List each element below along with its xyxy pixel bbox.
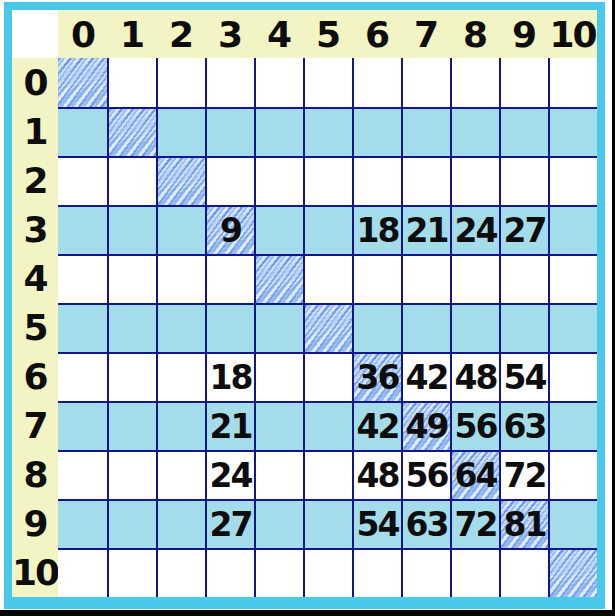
cell-r1-c9[interactable] xyxy=(499,107,548,156)
cell-r4-c10[interactable] xyxy=(548,254,597,303)
cell-r4-c2[interactable] xyxy=(156,254,205,303)
cell-r8-c7[interactable]: 56 xyxy=(401,450,450,499)
row-header-8: 8 xyxy=(12,450,58,499)
cell-r7-c5[interactable] xyxy=(303,401,352,450)
cell-r2-c9[interactable] xyxy=(499,156,548,205)
cell-r8-c8[interactable]: 64 xyxy=(450,450,499,499)
cell-r0-c9[interactable] xyxy=(499,58,548,107)
cell-r1-c1[interactable] xyxy=(107,107,156,156)
cell-r1-c3[interactable] xyxy=(205,107,254,156)
col-header-10: 10 xyxy=(548,10,597,58)
cell-r3-c4[interactable] xyxy=(254,205,303,254)
cell-r5-c0[interactable] xyxy=(58,303,107,352)
cell-r0-c8[interactable] xyxy=(450,58,499,107)
cell-r10-c3[interactable] xyxy=(205,548,254,597)
cell-r1-c8[interactable] xyxy=(450,107,499,156)
cell-r2-c7[interactable] xyxy=(401,156,450,205)
cell-r10-c8[interactable] xyxy=(450,548,499,597)
cell-r8-c10[interactable] xyxy=(548,450,597,499)
cell-r10-c5[interactable] xyxy=(303,548,352,597)
cell-r2-c6[interactable] xyxy=(352,156,401,205)
cell-r7-c9[interactable]: 63 xyxy=(499,401,548,450)
cell-r3-c0[interactable] xyxy=(58,205,107,254)
cell-r4-c4[interactable] xyxy=(254,254,303,303)
row-header-4: 4 xyxy=(12,254,58,303)
cell-r1-c2[interactable] xyxy=(156,107,205,156)
cell-r9-c3[interactable]: 27 xyxy=(205,499,254,548)
cell-r0-c0[interactable] xyxy=(58,58,107,107)
cell-r0-c2[interactable] xyxy=(156,58,205,107)
cell-r6-c1[interactable] xyxy=(107,352,156,401)
cell-r6-c10[interactable] xyxy=(548,352,597,401)
cell-r10-c6[interactable] xyxy=(352,548,401,597)
col-header-5: 5 xyxy=(303,10,352,58)
cell-r2-c10[interactable] xyxy=(548,156,597,205)
cell-r7-c0[interactable] xyxy=(58,401,107,450)
cell-r3-c1[interactable] xyxy=(107,205,156,254)
cell-r6-c8[interactable]: 48 xyxy=(450,352,499,401)
cell-r4-c3[interactable] xyxy=(205,254,254,303)
cell-r9-c2[interactable] xyxy=(156,499,205,548)
cell-r5-c4[interactable] xyxy=(254,303,303,352)
col-header-2: 2 xyxy=(156,10,205,58)
cell-r4-c6[interactable] xyxy=(352,254,401,303)
cell-r3-c8[interactable]: 24 xyxy=(450,205,499,254)
col-header-6: 6 xyxy=(352,10,401,58)
cell-r10-c7[interactable] xyxy=(401,548,450,597)
cell-r9-c10[interactable] xyxy=(548,499,597,548)
cell-r2-c2[interactable] xyxy=(156,156,205,205)
cell-r4-c1[interactable] xyxy=(107,254,156,303)
cell-r6-c9[interactable]: 54 xyxy=(499,352,548,401)
cell-r10-c2[interactable] xyxy=(156,548,205,597)
row-header-6: 6 xyxy=(12,352,58,401)
cell-r6-c3[interactable]: 18 xyxy=(205,352,254,401)
cell-r1-c5[interactable] xyxy=(303,107,352,156)
cell-r3-c6[interactable]: 18 xyxy=(352,205,401,254)
cell-r0-c4[interactable] xyxy=(254,58,303,107)
table-frame: 0123456789100123918212427456183642485472… xyxy=(4,2,605,609)
col-header-3: 3 xyxy=(205,10,254,58)
cell-r7-c8[interactable]: 56 xyxy=(450,401,499,450)
cell-r5-c2[interactable] xyxy=(156,303,205,352)
col-header-8: 8 xyxy=(450,10,499,58)
col-header-9: 9 xyxy=(499,10,548,58)
cell-r7-c1[interactable] xyxy=(107,401,156,450)
cell-r8-c9[interactable]: 72 xyxy=(499,450,548,499)
cell-r3-c9[interactable]: 27 xyxy=(499,205,548,254)
cell-r7-c6[interactable]: 42 xyxy=(352,401,401,450)
cell-r7-c4[interactable] xyxy=(254,401,303,450)
cell-r5-c8[interactable] xyxy=(450,303,499,352)
cell-r6-c0[interactable] xyxy=(58,352,107,401)
cell-r8-c4[interactable] xyxy=(254,450,303,499)
cell-r1-c10[interactable] xyxy=(548,107,597,156)
col-header-7: 7 xyxy=(401,10,450,58)
cell-r0-c6[interactable] xyxy=(352,58,401,107)
cell-r9-c5[interactable] xyxy=(303,499,352,548)
col-header-1: 1 xyxy=(107,10,156,58)
cell-r7-c2[interactable] xyxy=(156,401,205,450)
corner-cell xyxy=(12,10,58,58)
cell-r7-c7[interactable]: 49 xyxy=(401,401,450,450)
cell-r3-c2[interactable] xyxy=(156,205,205,254)
cell-r2-c5[interactable] xyxy=(303,156,352,205)
cell-r6-c6[interactable]: 36 xyxy=(352,352,401,401)
cell-r9-c0[interactable] xyxy=(58,499,107,548)
row-header-7: 7 xyxy=(12,401,58,450)
cell-r5-c6[interactable] xyxy=(352,303,401,352)
cell-r0-c7[interactable] xyxy=(401,58,450,107)
col-header-4: 4 xyxy=(254,10,303,58)
cell-r0-c5[interactable] xyxy=(303,58,352,107)
cell-r8-c0[interactable] xyxy=(58,450,107,499)
cell-r9-c6[interactable]: 54 xyxy=(352,499,401,548)
cell-r6-c7[interactable]: 42 xyxy=(401,352,450,401)
cell-r7-c3[interactable]: 21 xyxy=(205,401,254,450)
cell-r9-c8[interactable]: 72 xyxy=(450,499,499,548)
cell-r10-c0[interactable] xyxy=(58,548,107,597)
cell-r0-c1[interactable] xyxy=(107,58,156,107)
cell-r0-c10[interactable] xyxy=(548,58,597,107)
cell-r4-c7[interactable] xyxy=(401,254,450,303)
cell-r8-c5[interactable] xyxy=(303,450,352,499)
cell-r3-c3[interactable]: 9 xyxy=(205,205,254,254)
cell-r7-c10[interactable] xyxy=(548,401,597,450)
col-header-0: 0 xyxy=(58,10,107,58)
cell-r0-c3[interactable] xyxy=(205,58,254,107)
multiplication-grid: 0123456789100123918212427456183642485472… xyxy=(12,10,597,597)
cell-r1-c0[interactable] xyxy=(58,107,107,156)
cell-r10-c9[interactable] xyxy=(499,548,548,597)
cell-r8-c2[interactable] xyxy=(156,450,205,499)
cell-r2-c4[interactable] xyxy=(254,156,303,205)
cell-r10-c1[interactable] xyxy=(107,548,156,597)
cell-r5-c10[interactable] xyxy=(548,303,597,352)
cell-r4-c8[interactable] xyxy=(450,254,499,303)
cell-r8-c3[interactable]: 24 xyxy=(205,450,254,499)
cell-r1-c4[interactable] xyxy=(254,107,303,156)
cell-r10-c4[interactable] xyxy=(254,548,303,597)
row-header-1: 1 xyxy=(12,107,58,156)
row-header-2: 2 xyxy=(12,156,58,205)
cell-r2-c3[interactable] xyxy=(205,156,254,205)
cell-r9-c7[interactable]: 63 xyxy=(401,499,450,548)
cell-r6-c4[interactable] xyxy=(254,352,303,401)
cell-r2-c8[interactable] xyxy=(450,156,499,205)
cell-r2-c0[interactable] xyxy=(58,156,107,205)
cell-r4-c9[interactable] xyxy=(499,254,548,303)
bottom-edge-bar xyxy=(0,610,615,616)
multiplication-chart-screenshot: 0123456789100123918212427456183642485472… xyxy=(0,0,615,616)
cell-r3-c10[interactable] xyxy=(548,205,597,254)
cell-r9-c1[interactable] xyxy=(107,499,156,548)
cell-r8-c6[interactable]: 48 xyxy=(352,450,401,499)
row-header-9: 9 xyxy=(12,499,58,548)
cell-r6-c2[interactable] xyxy=(156,352,205,401)
cell-r4-c0[interactable] xyxy=(58,254,107,303)
cell-r5-c3[interactable] xyxy=(205,303,254,352)
cell-r3-c7[interactable]: 21 xyxy=(401,205,450,254)
cell-r8-c1[interactable] xyxy=(107,450,156,499)
cell-r9-c9[interactable]: 81 xyxy=(499,499,548,548)
row-header-10: 10 xyxy=(12,548,58,597)
row-header-3: 3 xyxy=(12,205,58,254)
cell-r5-c9[interactable] xyxy=(499,303,548,352)
cell-r5-c7[interactable] xyxy=(401,303,450,352)
cell-r9-c4[interactable] xyxy=(254,499,303,548)
cell-r4-c5[interactable] xyxy=(303,254,352,303)
cell-r2-c1[interactable] xyxy=(107,156,156,205)
cell-r3-c5[interactable] xyxy=(303,205,352,254)
cell-r5-c5[interactable] xyxy=(303,303,352,352)
row-header-5: 5 xyxy=(12,303,58,352)
cell-r1-c6[interactable] xyxy=(352,107,401,156)
row-header-0: 0 xyxy=(12,58,58,107)
cell-r1-c7[interactable] xyxy=(401,107,450,156)
cell-r5-c1[interactable] xyxy=(107,303,156,352)
cell-r6-c5[interactable] xyxy=(303,352,352,401)
cell-r10-c10[interactable] xyxy=(548,548,597,597)
